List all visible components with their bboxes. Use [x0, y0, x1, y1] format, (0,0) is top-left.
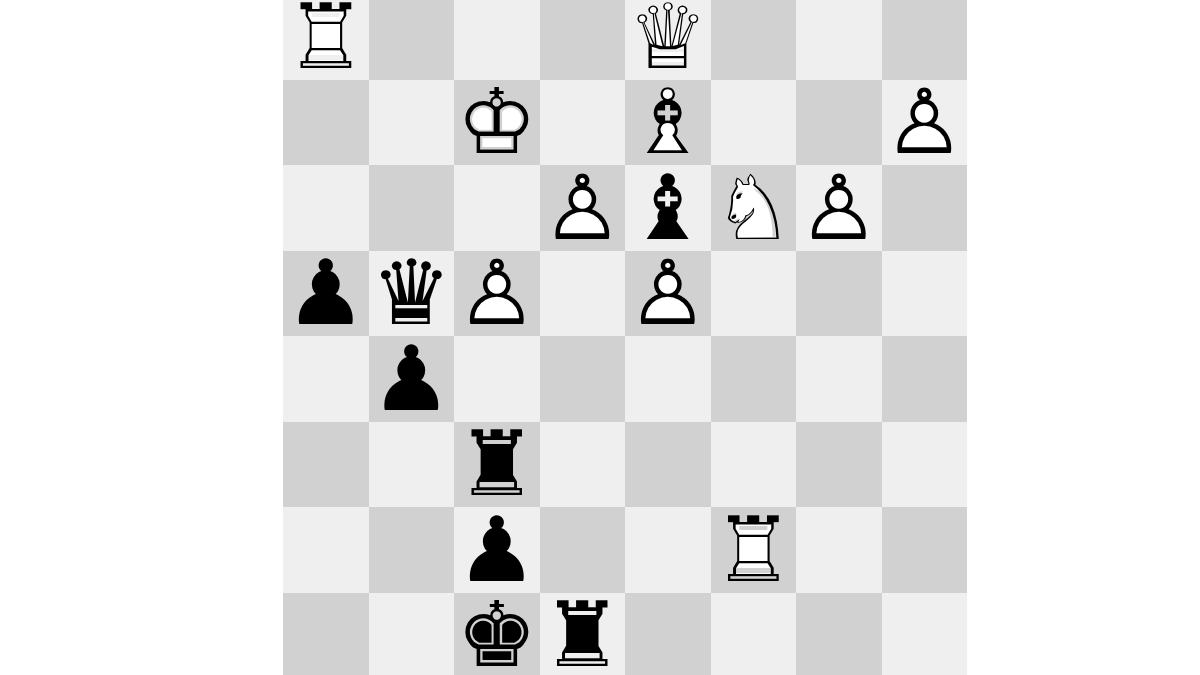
square-b2[interactable] — [369, 507, 455, 593]
piece-white-pawn-icon[interactable]: ♙ — [796, 165, 882, 251]
piece-white-pawn-icon[interactable]: ♙ — [540, 165, 626, 251]
square-h1[interactable] — [882, 593, 968, 675]
square-e5[interactable]: ♟♙ — [625, 251, 711, 337]
square-d6[interactable]: ♟♙ — [540, 165, 626, 251]
square-c5[interactable]: ♟♙ — [454, 251, 540, 337]
page-background: { "game": "chess", "position": { "fen": … — [0, 0, 1200, 675]
square-a1[interactable] — [283, 593, 369, 675]
square-f2[interactable]: ♜♖ — [711, 507, 797, 593]
square-b5[interactable]: ♛ — [369, 251, 455, 337]
piece-black-king-icon[interactable]: ♚ — [454, 593, 540, 675]
square-d1[interactable]: ♜ — [540, 593, 626, 675]
white-pawn-fill-layer: ♟ — [796, 165, 882, 251]
square-h5[interactable] — [882, 251, 968, 337]
piece-white-pawn-icon[interactable]: ♙ — [454, 251, 540, 337]
square-d2[interactable] — [540, 507, 626, 593]
square-e3[interactable] — [625, 422, 711, 508]
square-c8[interactable] — [454, 0, 540, 80]
square-c3[interactable]: ♜ — [454, 422, 540, 508]
square-b8[interactable] — [369, 0, 455, 80]
square-b7[interactable] — [369, 80, 455, 166]
square-h8[interactable] — [882, 0, 968, 80]
square-e2[interactable] — [625, 507, 711, 593]
square-b1[interactable] — [369, 593, 455, 675]
piece-white-pawn-icon[interactable]: ♙ — [882, 80, 968, 166]
square-h7[interactable]: ♟♙ — [882, 80, 968, 166]
white-knight-fill-layer: ♞ — [711, 165, 797, 251]
square-c6[interactable] — [454, 165, 540, 251]
square-f8[interactable] — [711, 0, 797, 80]
square-d7[interactable] — [540, 80, 626, 166]
white-rook-fill-layer: ♜ — [283, 0, 369, 80]
square-e8[interactable]: ♛♕ — [625, 0, 711, 80]
white-pawn-fill-layer: ♟ — [454, 251, 540, 337]
square-b3[interactable] — [369, 422, 455, 508]
piece-white-pawn-icon[interactable]: ♙ — [625, 251, 711, 337]
square-e6[interactable]: ♝ — [625, 165, 711, 251]
chess-board: ♜♖♛♕♚♔♝♗♟♙♟♙♝♞♘♟♙♟♛♟♙♟♙♟♜♟♜♖♚♜ — [283, 0, 967, 675]
piece-black-rook-icon[interactable]: ♜ — [454, 422, 540, 508]
square-e1[interactable] — [625, 593, 711, 675]
square-g4[interactable] — [796, 336, 882, 422]
square-c4[interactable] — [454, 336, 540, 422]
white-rook-fill-layer: ♜ — [711, 507, 797, 593]
piece-white-queen-icon[interactable]: ♕ — [625, 0, 711, 80]
square-g5[interactable] — [796, 251, 882, 337]
square-c2[interactable]: ♟ — [454, 507, 540, 593]
piece-black-queen-icon[interactable]: ♛ — [369, 251, 455, 337]
white-pawn-fill-layer: ♟ — [882, 80, 968, 166]
square-a6[interactable] — [283, 165, 369, 251]
square-e7[interactable]: ♝♗ — [625, 80, 711, 166]
square-c7[interactable]: ♚♔ — [454, 80, 540, 166]
square-a7[interactable] — [283, 80, 369, 166]
square-c1[interactable]: ♚ — [454, 593, 540, 675]
square-d8[interactable] — [540, 0, 626, 80]
square-g7[interactable] — [796, 80, 882, 166]
square-a3[interactable] — [283, 422, 369, 508]
square-h4[interactable] — [882, 336, 968, 422]
piece-black-rook-icon[interactable]: ♜ — [540, 593, 626, 675]
square-a4[interactable] — [283, 336, 369, 422]
square-h2[interactable] — [882, 507, 968, 593]
square-f6[interactable]: ♞♘ — [711, 165, 797, 251]
square-f1[interactable] — [711, 593, 797, 675]
square-g2[interactable] — [796, 507, 882, 593]
piece-black-bishop-icon[interactable]: ♝ — [625, 165, 711, 251]
square-f3[interactable] — [711, 422, 797, 508]
square-h6[interactable] — [882, 165, 968, 251]
square-d3[interactable] — [540, 422, 626, 508]
piece-white-bishop-icon[interactable]: ♗ — [625, 80, 711, 166]
square-g1[interactable] — [796, 593, 882, 675]
white-bishop-fill-layer: ♝ — [625, 80, 711, 166]
square-e4[interactable] — [625, 336, 711, 422]
white-king-fill-layer: ♚ — [454, 80, 540, 166]
square-f7[interactable] — [711, 80, 797, 166]
piece-white-rook-icon[interactable]: ♖ — [711, 507, 797, 593]
piece-white-king-icon[interactable]: ♔ — [454, 80, 540, 166]
piece-black-pawn-icon[interactable]: ♟ — [369, 336, 455, 422]
white-queen-fill-layer: ♛ — [625, 0, 711, 80]
piece-black-pawn-icon[interactable]: ♟ — [454, 507, 540, 593]
piece-black-pawn-icon[interactable]: ♟ — [283, 251, 369, 337]
white-pawn-fill-layer: ♟ — [540, 165, 626, 251]
square-a2[interactable] — [283, 507, 369, 593]
square-a5[interactable]: ♟ — [283, 251, 369, 337]
square-d5[interactable] — [540, 251, 626, 337]
square-b6[interactable] — [369, 165, 455, 251]
white-pawn-fill-layer: ♟ — [625, 251, 711, 337]
square-a8[interactable]: ♜♖ — [283, 0, 369, 80]
square-f5[interactable] — [711, 251, 797, 337]
square-d4[interactable] — [540, 336, 626, 422]
square-b4[interactable]: ♟ — [369, 336, 455, 422]
square-g8[interactable] — [796, 0, 882, 80]
piece-white-knight-icon[interactable]: ♘ — [711, 165, 797, 251]
square-g6[interactable]: ♟♙ — [796, 165, 882, 251]
piece-white-rook-icon[interactable]: ♖ — [283, 0, 369, 80]
square-g3[interactable] — [796, 422, 882, 508]
square-h3[interactable] — [882, 422, 968, 508]
square-f4[interactable] — [711, 336, 797, 422]
